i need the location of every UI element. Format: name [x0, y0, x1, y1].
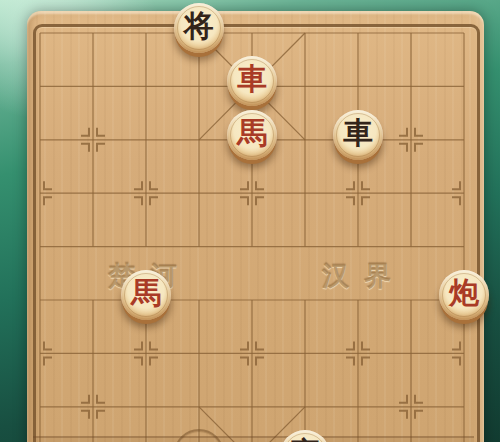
- piece-red-horse-2[interactable]: 馬: [121, 270, 171, 320]
- piece-glyph: 将: [184, 11, 214, 41]
- piece-black-soldier[interactable]: 卒: [280, 430, 330, 442]
- move-origin-ring: [174, 429, 224, 442]
- piece-glyph: 馬: [131, 278, 161, 308]
- piece-glyph: 車: [237, 64, 267, 94]
- piece-red-horse[interactable]: 馬: [227, 110, 277, 160]
- piece-glyph: 卒: [290, 438, 320, 442]
- piece-layer: 将車馬車馬炮卒: [14, 6, 491, 442]
- piece-black-chariot[interactable]: 車: [333, 110, 383, 160]
- piece-glyph: 炮: [449, 278, 479, 308]
- piece-red-chariot[interactable]: 車: [227, 56, 277, 106]
- game-screen: 楚河 汉界 将車馬車馬炮卒: [0, 0, 500, 442]
- piece-glyph: 車: [343, 118, 373, 148]
- piece-red-cannon[interactable]: 炮: [439, 270, 489, 320]
- piece-glyph: 馬: [237, 118, 267, 148]
- piece-black-general[interactable]: 将: [174, 3, 224, 53]
